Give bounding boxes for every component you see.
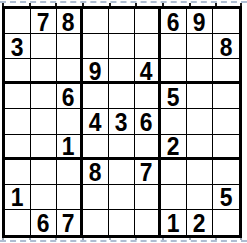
given-digit: 3 [115, 109, 128, 134]
cell-r2c5[interactable] [109, 34, 135, 59]
given-digit: 8 [89, 160, 102, 185]
cell-r4c6[interactable] [135, 84, 161, 109]
cell-r5c8[interactable] [187, 109, 213, 134]
cell-r6c7[interactable]: 2 [161, 135, 187, 160]
cell-r2c7[interactable] [161, 34, 187, 59]
given-digit: 9 [193, 9, 206, 34]
cell-r9c2[interactable]: 6 [31, 210, 57, 235]
cell-r2c9[interactable]: 8 [213, 34, 239, 59]
cell-r2c8[interactable] [187, 34, 213, 59]
given-digit: 8 [220, 34, 233, 59]
cell-r5c7[interactable] [161, 109, 187, 134]
cell-r8c1[interactable]: 1 [5, 185, 31, 210]
cell-r9c4[interactable] [83, 210, 109, 235]
given-digit: 8 [62, 9, 75, 34]
cell-r3c1[interactable] [5, 59, 31, 84]
given-digit: 1 [167, 210, 180, 235]
cell-r8c7[interactable] [161, 185, 187, 210]
cell-r7c4[interactable]: 8 [83, 160, 109, 185]
cell-r5c2[interactable] [31, 109, 57, 134]
cell-r3c8[interactable] [187, 59, 213, 84]
given-digit: 3 [11, 34, 24, 59]
sudoku-screenshot: 78693894654361287156712 [0, 0, 247, 243]
cell-r8c2[interactable] [31, 185, 57, 210]
cell-r2c6[interactable] [135, 34, 161, 59]
cell-r2c4[interactable] [83, 34, 109, 59]
cell-r6c6[interactable] [135, 135, 161, 160]
cell-r1c2[interactable]: 7 [31, 9, 57, 34]
cell-r4c8[interactable] [187, 84, 213, 109]
given-digit: 7 [37, 9, 50, 34]
cell-r8c9[interactable]: 5 [213, 185, 239, 210]
cell-r4c1[interactable] [5, 84, 31, 109]
given-digit: 2 [193, 210, 206, 235]
cell-r1c8[interactable]: 9 [187, 9, 213, 34]
cell-r7c2[interactable] [31, 160, 57, 185]
cell-r6c1[interactable] [5, 135, 31, 160]
cell-r1c1[interactable] [5, 9, 31, 34]
cell-r9c8[interactable]: 2 [187, 210, 213, 235]
cell-r8c5[interactable] [109, 185, 135, 210]
page-break-dashed-line-top [0, 1, 247, 3]
cell-r7c6[interactable]: 7 [135, 160, 161, 185]
given-digit: 7 [62, 210, 75, 235]
cell-r4c3[interactable]: 6 [57, 84, 83, 109]
given-digit: 2 [167, 135, 180, 160]
cell-r8c4[interactable] [83, 185, 109, 210]
cell-r9c6[interactable] [135, 210, 161, 235]
cell-r5c5[interactable]: 3 [109, 109, 135, 134]
cell-r6c9[interactable] [213, 135, 239, 160]
cell-r9c5[interactable] [109, 210, 135, 235]
cell-r4c4[interactable] [83, 84, 109, 109]
cell-r3c3[interactable] [57, 59, 83, 84]
cell-r1c9[interactable] [213, 9, 239, 34]
given-digit: 6 [167, 9, 180, 34]
given-digit: 6 [62, 84, 75, 109]
cell-r7c9[interactable] [213, 160, 239, 185]
cell-r2c2[interactable] [31, 34, 57, 59]
given-digit: 6 [37, 210, 50, 235]
cell-r4c7[interactable]: 5 [161, 84, 187, 109]
cell-r2c3[interactable] [57, 34, 83, 59]
cell-r8c6[interactable] [135, 185, 161, 210]
given-digit: 1 [62, 135, 75, 160]
cell-r7c1[interactable] [5, 160, 31, 185]
cell-r9c9[interactable] [213, 210, 239, 235]
cell-r6c5[interactable] [109, 135, 135, 160]
cell-r6c2[interactable] [31, 135, 57, 160]
cell-r1c3[interactable]: 8 [57, 9, 83, 34]
page-break-dashed-line-bottom [0, 240, 247, 242]
cell-r5c3[interactable] [57, 109, 83, 134]
cell-r3c2[interactable] [31, 59, 57, 84]
given-digit: 4 [140, 59, 153, 84]
given-digit: 1 [11, 185, 24, 210]
cell-r1c7[interactable]: 6 [161, 9, 187, 34]
cell-r9c1[interactable] [5, 210, 31, 235]
cell-r5c6[interactable]: 6 [135, 109, 161, 134]
cell-r1c5[interactable] [109, 9, 135, 34]
given-digit: 5 [167, 84, 180, 109]
cell-r3c4[interactable]: 9 [83, 59, 109, 84]
given-digit: 5 [220, 185, 233, 210]
cell-r6c8[interactable] [187, 135, 213, 160]
cell-r1c6[interactable] [135, 9, 161, 34]
cell-r7c3[interactable] [57, 160, 83, 185]
cell-r7c8[interactable] [187, 160, 213, 185]
cell-r3c5[interactable] [109, 59, 135, 84]
cell-r7c5[interactable] [109, 160, 135, 185]
cell-r3c7[interactable] [161, 59, 187, 84]
sudoku-board: 78693894654361287156712 [2, 6, 242, 238]
cell-r4c9[interactable] [213, 84, 239, 109]
cell-r8c8[interactable] [187, 185, 213, 210]
cell-r4c5[interactable] [109, 84, 135, 109]
cell-r9c3[interactable]: 7 [57, 210, 83, 235]
cell-r5c1[interactable] [5, 109, 31, 134]
cell-r4c2[interactable] [31, 84, 57, 109]
cell-r3c9[interactable] [213, 59, 239, 84]
given-digit: 6 [140, 109, 153, 134]
cell-r8c3[interactable] [57, 185, 83, 210]
cell-r3c6[interactable]: 4 [135, 59, 161, 84]
cell-r6c4[interactable] [83, 135, 109, 160]
cell-r9c7[interactable]: 1 [161, 210, 187, 235]
cell-r6c3[interactable]: 1 [57, 135, 83, 160]
given-digit: 4 [89, 109, 102, 134]
cell-r1c4[interactable] [83, 9, 109, 34]
given-digit: 7 [140, 160, 153, 185]
cell-r7c7[interactable] [161, 160, 187, 185]
given-digit: 9 [89, 59, 102, 84]
cell-r5c9[interactable] [213, 109, 239, 134]
cell-r5c4[interactable]: 4 [83, 109, 109, 134]
cell-r2c1[interactable]: 3 [5, 34, 31, 59]
